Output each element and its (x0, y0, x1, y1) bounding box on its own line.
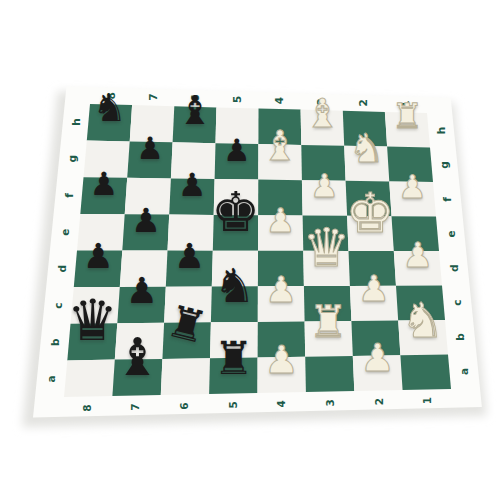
square-d6 (166, 251, 213, 287)
coord-top-5: 5 (231, 96, 243, 103)
square-d2 (349, 251, 397, 286)
square-a7 (112, 359, 162, 396)
board-squares (64, 104, 451, 397)
square-d1 (394, 251, 442, 286)
square-h6 (173, 106, 217, 143)
coord-left-b: b (49, 338, 61, 346)
coord-bottom-5: 5 (227, 401, 239, 408)
coord-right-g: g (438, 161, 450, 169)
square-c1 (396, 286, 445, 321)
square-b5 (210, 322, 258, 358)
square-a8 (64, 360, 115, 397)
coord-bottom-2: 2 (373, 398, 385, 405)
square-b7 (115, 323, 164, 360)
product-photo-stage: 8877665544332211hhggffeeddccbbaa ♞♝♝♜♟♟♝… (0, 0, 500, 500)
coord-right-b: b (454, 333, 466, 341)
square-b2 (351, 321, 400, 357)
square-c4 (258, 286, 305, 322)
coord-bottom-6: 6 (178, 402, 190, 409)
square-c7 (117, 287, 166, 324)
coord-right-f: f (441, 197, 453, 202)
square-g6 (171, 142, 216, 179)
square-d5 (212, 251, 258, 287)
square-e4 (258, 215, 303, 251)
coord-left-c: c (52, 302, 64, 308)
square-b8 (67, 323, 117, 360)
coord-top-2: 2 (357, 99, 369, 106)
coord-left-f: f (63, 193, 75, 198)
coord-bottom-1: 1 (421, 397, 433, 404)
square-e2 (347, 216, 394, 251)
square-c2 (350, 286, 398, 321)
square-e1 (392, 216, 440, 251)
square-a5 (209, 357, 258, 394)
coord-top-1: 1 (399, 100, 411, 107)
coord-top-8: 8 (105, 92, 117, 99)
coord-bottom-4: 4 (275, 400, 287, 407)
square-c5 (211, 286, 258, 322)
square-g3 (301, 145, 345, 181)
chess-board: 8877665544332211hhggffeeddccbbaa (0, 0, 500, 500)
coord-top-4: 4 (273, 97, 285, 104)
coord-right-e: e (445, 230, 457, 237)
square-h3 (301, 110, 345, 146)
square-a4 (258, 357, 306, 393)
square-f6 (169, 178, 214, 215)
square-e6 (168, 215, 214, 251)
coord-right-d: d (448, 264, 460, 272)
square-a2 (353, 355, 403, 391)
square-f7 (125, 178, 171, 215)
square-g8 (84, 141, 130, 178)
coord-bottom-8: 8 (81, 405, 93, 412)
coord-right-h: h (435, 127, 447, 134)
coord-right-c: c (451, 300, 463, 306)
square-g1 (387, 147, 433, 182)
square-f8 (80, 177, 127, 214)
square-h5 (216, 107, 259, 144)
coord-top-3: 3 (315, 98, 327, 105)
coord-left-h: h (70, 118, 82, 125)
coord-left-e: e (59, 229, 71, 236)
square-d8 (74, 251, 123, 288)
coord-top-6: 6 (189, 95, 201, 102)
square-f4 (258, 180, 303, 216)
square-b6 (162, 322, 211, 359)
square-h7 (130, 105, 175, 142)
square-h2 (343, 111, 387, 147)
square-b1 (398, 320, 448, 355)
square-b3 (305, 321, 353, 357)
square-f5 (214, 179, 259, 215)
square-d3 (303, 251, 350, 286)
square-e7 (122, 214, 169, 250)
square-d4 (258, 251, 304, 286)
coord-left-g: g (66, 155, 78, 163)
square-f1 (389, 181, 436, 216)
square-g5 (215, 143, 259, 179)
square-e3 (303, 216, 349, 251)
coord-left-d: d (56, 265, 68, 273)
square-a6 (161, 358, 210, 395)
coord-right-a: a (458, 368, 470, 375)
square-a1 (400, 355, 451, 391)
square-c8 (71, 287, 120, 324)
square-h1 (385, 112, 430, 148)
square-d7 (120, 251, 168, 287)
coord-top-7: 7 (147, 93, 159, 100)
square-c3 (304, 286, 352, 322)
square-g7 (127, 142, 172, 179)
square-f2 (346, 181, 392, 216)
square-c6 (164, 287, 212, 323)
square-h8 (87, 104, 132, 142)
square-e5 (213, 215, 258, 251)
square-f3 (302, 180, 347, 216)
square-b4 (258, 321, 306, 357)
square-a3 (305, 356, 354, 392)
square-g2 (344, 146, 389, 182)
coord-left-a: a (45, 375, 57, 382)
coord-bottom-7: 7 (129, 403, 141, 410)
square-h4 (258, 109, 301, 145)
coord-bottom-3: 3 (324, 399, 336, 406)
square-e8 (77, 214, 125, 251)
square-g4 (258, 144, 302, 180)
